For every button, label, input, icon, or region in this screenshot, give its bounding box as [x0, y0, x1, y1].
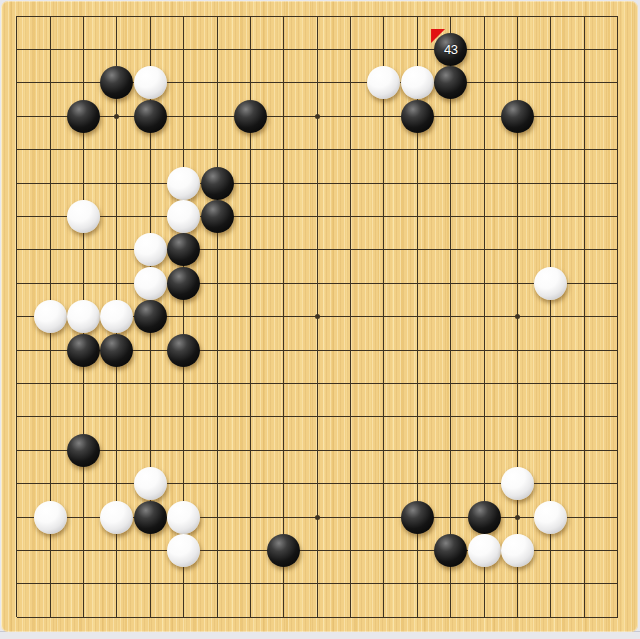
intersection-K17[interactable] — [301, 66, 334, 99]
intersection-B13[interactable] — [33, 200, 66, 233]
intersection-G7[interactable] — [200, 400, 233, 433]
intersection-L13[interactable] — [334, 200, 367, 233]
intersection-F17[interactable] — [167, 66, 200, 99]
intersection-P15[interactable] — [467, 133, 500, 166]
intersection-O17[interactable] — [434, 66, 467, 99]
intersection-F5[interactable] — [167, 467, 200, 500]
intersection-D11[interactable] — [100, 267, 133, 300]
intersection-C13[interactable] — [67, 200, 100, 233]
intersection-H10[interactable] — [234, 300, 267, 333]
intersection-G19[interactable] — [200, 1, 233, 33]
intersection-K18[interactable] — [301, 33, 334, 66]
intersection-D4[interactable] — [100, 500, 133, 533]
intersection-A2[interactable] — [1, 567, 33, 600]
intersection-F10[interactable] — [167, 300, 200, 333]
intersection-C7[interactable] — [67, 400, 100, 433]
intersection-C2[interactable] — [67, 567, 100, 600]
intersection-A16[interactable] — [1, 100, 33, 133]
intersection-J14[interactable] — [267, 166, 300, 199]
intersection-G10[interactable] — [200, 300, 233, 333]
intersection-L1[interactable] — [334, 601, 367, 632]
intersection-A12[interactable] — [1, 233, 33, 266]
intersection-C16[interactable] — [67, 100, 100, 133]
intersection-O6[interactable] — [434, 434, 467, 467]
intersection-Q8[interactable] — [501, 367, 534, 400]
intersection-R11[interactable] — [534, 267, 567, 300]
intersection-Q11[interactable] — [501, 267, 534, 300]
intersection-B8[interactable] — [33, 367, 66, 400]
intersection-M19[interactable] — [367, 1, 400, 33]
intersection-J18[interactable] — [267, 33, 300, 66]
intersection-T9[interactable] — [601, 333, 634, 366]
intersection-F8[interactable] — [167, 367, 200, 400]
intersection-N5[interactable] — [401, 467, 434, 500]
intersection-N15[interactable] — [401, 133, 434, 166]
intersection-P1[interactable] — [467, 601, 500, 632]
intersection-C8[interactable] — [67, 367, 100, 400]
intersection-R15[interactable] — [534, 133, 567, 166]
intersection-R1[interactable] — [534, 601, 567, 632]
intersection-K15[interactable] — [301, 133, 334, 166]
intersection-P7[interactable] — [467, 400, 500, 433]
intersection-S1[interactable] — [568, 601, 601, 632]
intersection-H18[interactable] — [234, 33, 267, 66]
intersection-F16[interactable] — [167, 100, 200, 133]
intersection-C17[interactable] — [67, 66, 100, 99]
intersection-T5[interactable] — [601, 467, 634, 500]
intersection-M11[interactable] — [367, 267, 400, 300]
intersection-M2[interactable] — [367, 567, 400, 600]
intersection-L14[interactable] — [334, 166, 367, 199]
intersection-H12[interactable] — [234, 233, 267, 266]
intersection-G18[interactable] — [200, 33, 233, 66]
intersection-K6[interactable] — [301, 434, 334, 467]
intersection-T14[interactable] — [601, 166, 634, 199]
intersection-J9[interactable] — [267, 333, 300, 366]
intersection-L9[interactable] — [334, 333, 367, 366]
intersection-F11[interactable] — [167, 267, 200, 300]
intersection-M15[interactable] — [367, 133, 400, 166]
intersection-S16[interactable] — [568, 100, 601, 133]
intersection-B4[interactable] — [33, 500, 66, 533]
intersection-A17[interactable] — [1, 66, 33, 99]
intersection-G9[interactable] — [200, 333, 233, 366]
intersection-C14[interactable] — [67, 166, 100, 199]
intersection-S17[interactable] — [568, 66, 601, 99]
intersection-D9[interactable] — [100, 333, 133, 366]
intersection-F15[interactable] — [167, 133, 200, 166]
intersection-E7[interactable] — [134, 400, 167, 433]
intersection-O8[interactable] — [434, 367, 467, 400]
intersection-B5[interactable] — [33, 467, 66, 500]
intersection-Q15[interactable] — [501, 133, 534, 166]
intersection-A14[interactable] — [1, 166, 33, 199]
intersection-E10[interactable] — [134, 300, 167, 333]
intersection-M3[interactable] — [367, 534, 400, 567]
intersection-F2[interactable] — [167, 567, 200, 600]
intersection-T15[interactable] — [601, 133, 634, 166]
intersection-F1[interactable] — [167, 601, 200, 632]
intersection-K9[interactable] — [301, 333, 334, 366]
intersection-J12[interactable] — [267, 233, 300, 266]
intersection-P16[interactable] — [467, 100, 500, 133]
intersection-R5[interactable] — [534, 467, 567, 500]
intersection-L15[interactable] — [334, 133, 367, 166]
intersection-L4[interactable] — [334, 500, 367, 533]
intersection-K13[interactable] — [301, 200, 334, 233]
intersection-H3[interactable] — [234, 534, 267, 567]
intersection-N3[interactable] — [401, 534, 434, 567]
intersection-D10[interactable] — [100, 300, 133, 333]
intersection-E6[interactable] — [134, 434, 167, 467]
intersection-A18[interactable] — [1, 33, 33, 66]
intersection-C9[interactable] — [67, 333, 100, 366]
intersection-R13[interactable] — [534, 200, 567, 233]
intersection-L12[interactable] — [334, 233, 367, 266]
intersection-Q4[interactable] — [501, 500, 534, 533]
intersection-G2[interactable] — [200, 567, 233, 600]
intersection-N9[interactable] — [401, 333, 434, 366]
intersection-K7[interactable] — [301, 400, 334, 433]
intersection-B1[interactable] — [33, 601, 66, 632]
intersection-E19[interactable] — [134, 1, 167, 33]
intersection-N16[interactable] — [401, 100, 434, 133]
intersection-G12[interactable] — [200, 233, 233, 266]
intersection-E14[interactable] — [134, 166, 167, 199]
intersection-B19[interactable] — [33, 1, 66, 33]
intersection-A13[interactable] — [1, 200, 33, 233]
intersection-H9[interactable] — [234, 333, 267, 366]
intersection-S14[interactable] — [568, 166, 601, 199]
intersection-S18[interactable] — [568, 33, 601, 66]
intersection-A11[interactable] — [1, 267, 33, 300]
intersection-E13[interactable] — [134, 200, 167, 233]
intersection-O2[interactable] — [434, 567, 467, 600]
intersection-C15[interactable] — [67, 133, 100, 166]
intersection-P18[interactable] — [467, 33, 500, 66]
intersection-C19[interactable] — [67, 1, 100, 33]
intersection-B10[interactable] — [33, 300, 66, 333]
intersection-K1[interactable] — [301, 601, 334, 632]
intersection-R7[interactable] — [534, 400, 567, 433]
intersection-S8[interactable] — [568, 367, 601, 400]
intersection-G15[interactable] — [200, 133, 233, 166]
intersection-O3[interactable] — [434, 534, 467, 567]
intersection-K16[interactable] — [301, 100, 334, 133]
intersection-P10[interactable] — [467, 300, 500, 333]
intersection-M18[interactable] — [367, 33, 400, 66]
intersection-T18[interactable] — [601, 33, 634, 66]
intersection-P6[interactable] — [467, 434, 500, 467]
intersection-B9[interactable] — [33, 333, 66, 366]
intersection-R17[interactable] — [534, 66, 567, 99]
intersection-E12[interactable] — [134, 233, 167, 266]
intersection-C6[interactable] — [67, 434, 100, 467]
intersection-J19[interactable] — [267, 1, 300, 33]
intersection-J2[interactable] — [267, 567, 300, 600]
intersection-A1[interactable] — [1, 601, 33, 632]
intersection-M12[interactable] — [367, 233, 400, 266]
intersection-E9[interactable] — [134, 333, 167, 366]
intersection-H6[interactable] — [234, 434, 267, 467]
intersection-O16[interactable] — [434, 100, 467, 133]
intersection-C12[interactable] — [67, 233, 100, 266]
intersection-E16[interactable] — [134, 100, 167, 133]
intersection-B15[interactable] — [33, 133, 66, 166]
intersection-S7[interactable] — [568, 400, 601, 433]
intersection-P17[interactable] — [467, 66, 500, 99]
intersection-J10[interactable] — [267, 300, 300, 333]
intersection-S5[interactable] — [568, 467, 601, 500]
intersection-F7[interactable] — [167, 400, 200, 433]
intersection-R8[interactable] — [534, 367, 567, 400]
intersection-D15[interactable] — [100, 133, 133, 166]
intersection-S13[interactable] — [568, 200, 601, 233]
intersection-T16[interactable] — [601, 100, 634, 133]
intersection-S4[interactable] — [568, 500, 601, 533]
intersection-R4[interactable] — [534, 500, 567, 533]
intersection-N10[interactable] — [401, 300, 434, 333]
intersection-A9[interactable] — [1, 333, 33, 366]
intersection-F3[interactable] — [167, 534, 200, 567]
intersection-T19[interactable] — [601, 1, 634, 33]
intersection-T12[interactable] — [601, 233, 634, 266]
intersection-K14[interactable] — [301, 166, 334, 199]
intersection-K5[interactable] — [301, 467, 334, 500]
intersection-Q3[interactable] — [501, 534, 534, 567]
intersection-B11[interactable] — [33, 267, 66, 300]
intersection-K4[interactable] — [301, 500, 334, 533]
intersection-O13[interactable] — [434, 200, 467, 233]
intersection-E4[interactable] — [134, 500, 167, 533]
intersection-P12[interactable] — [467, 233, 500, 266]
intersection-R18[interactable] — [534, 33, 567, 66]
intersection-K12[interactable] — [301, 233, 334, 266]
intersection-Q13[interactable] — [501, 200, 534, 233]
intersection-H17[interactable] — [234, 66, 267, 99]
intersection-P13[interactable] — [467, 200, 500, 233]
intersection-E11[interactable] — [134, 267, 167, 300]
intersection-N2[interactable] — [401, 567, 434, 600]
intersection-S3[interactable] — [568, 534, 601, 567]
intersection-B2[interactable] — [33, 567, 66, 600]
intersection-J8[interactable] — [267, 367, 300, 400]
intersection-H15[interactable] — [234, 133, 267, 166]
intersection-O9[interactable] — [434, 333, 467, 366]
intersection-G11[interactable] — [200, 267, 233, 300]
intersection-N1[interactable] — [401, 601, 434, 632]
intersection-N19[interactable] — [401, 1, 434, 33]
intersection-T2[interactable] — [601, 567, 634, 600]
intersection-J13[interactable] — [267, 200, 300, 233]
intersection-A8[interactable] — [1, 367, 33, 400]
intersection-H8[interactable] — [234, 367, 267, 400]
intersection-D12[interactable] — [100, 233, 133, 266]
intersection-Q10[interactable] — [501, 300, 534, 333]
intersection-H1[interactable] — [234, 601, 267, 632]
intersection-D5[interactable] — [100, 467, 133, 500]
intersection-N4[interactable] — [401, 500, 434, 533]
intersection-L18[interactable] — [334, 33, 367, 66]
intersection-L11[interactable] — [334, 267, 367, 300]
intersection-Q16[interactable] — [501, 100, 534, 133]
intersection-P11[interactable] — [467, 267, 500, 300]
intersection-E1[interactable] — [134, 601, 167, 632]
intersection-R16[interactable] — [534, 100, 567, 133]
intersection-O18[interactable]: 43 — [434, 33, 467, 66]
intersection-R19[interactable] — [534, 1, 567, 33]
intersection-Q2[interactable] — [501, 567, 534, 600]
intersection-A6[interactable] — [1, 434, 33, 467]
intersection-S12[interactable] — [568, 233, 601, 266]
intersection-K19[interactable] — [301, 1, 334, 33]
intersection-P5[interactable] — [467, 467, 500, 500]
intersection-H13[interactable] — [234, 200, 267, 233]
intersection-A7[interactable] — [1, 400, 33, 433]
intersection-T17[interactable] — [601, 66, 634, 99]
intersection-J3[interactable] — [267, 534, 300, 567]
intersection-D3[interactable] — [100, 534, 133, 567]
intersection-K3[interactable] — [301, 534, 334, 567]
intersection-Q7[interactable] — [501, 400, 534, 433]
intersection-C11[interactable] — [67, 267, 100, 300]
intersection-H16[interactable] — [234, 100, 267, 133]
intersection-A15[interactable] — [1, 133, 33, 166]
intersection-S11[interactable] — [568, 267, 601, 300]
intersection-C3[interactable] — [67, 534, 100, 567]
intersection-M10[interactable] — [367, 300, 400, 333]
intersection-T11[interactable] — [601, 267, 634, 300]
intersection-J5[interactable] — [267, 467, 300, 500]
intersection-D16[interactable] — [100, 100, 133, 133]
intersection-E5[interactable] — [134, 467, 167, 500]
intersection-B12[interactable] — [33, 233, 66, 266]
intersection-F19[interactable] — [167, 1, 200, 33]
intersection-A4[interactable] — [1, 500, 33, 533]
intersection-G16[interactable] — [200, 100, 233, 133]
intersection-L8[interactable] — [334, 367, 367, 400]
intersection-M17[interactable] — [367, 66, 400, 99]
intersection-M14[interactable] — [367, 166, 400, 199]
intersection-R6[interactable] — [534, 434, 567, 467]
intersection-O7[interactable] — [434, 400, 467, 433]
intersection-K11[interactable] — [301, 267, 334, 300]
intersection-H2[interactable] — [234, 567, 267, 600]
intersection-E18[interactable] — [134, 33, 167, 66]
intersection-D18[interactable] — [100, 33, 133, 66]
intersection-T8[interactable] — [601, 367, 634, 400]
intersection-P3[interactable] — [467, 534, 500, 567]
intersection-O12[interactable] — [434, 233, 467, 266]
intersection-T6[interactable] — [601, 434, 634, 467]
intersection-G5[interactable] — [200, 467, 233, 500]
intersection-G13[interactable] — [200, 200, 233, 233]
intersection-F14[interactable] — [167, 166, 200, 199]
intersection-B16[interactable] — [33, 100, 66, 133]
intersection-T1[interactable] — [601, 601, 634, 632]
intersection-T4[interactable] — [601, 500, 634, 533]
intersection-G14[interactable] — [200, 166, 233, 199]
intersection-L19[interactable] — [334, 1, 367, 33]
intersection-C10[interactable] — [67, 300, 100, 333]
intersection-L16[interactable] — [334, 100, 367, 133]
intersection-S6[interactable] — [568, 434, 601, 467]
intersection-T10[interactable] — [601, 300, 634, 333]
intersection-G1[interactable] — [200, 601, 233, 632]
intersection-R12[interactable] — [534, 233, 567, 266]
intersection-J1[interactable] — [267, 601, 300, 632]
intersection-G8[interactable] — [200, 367, 233, 400]
intersection-F13[interactable] — [167, 200, 200, 233]
intersection-O14[interactable] — [434, 166, 467, 199]
intersection-L6[interactable] — [334, 434, 367, 467]
intersection-O11[interactable] — [434, 267, 467, 300]
intersection-B18[interactable] — [33, 33, 66, 66]
intersection-S9[interactable] — [568, 333, 601, 366]
intersection-R2[interactable] — [534, 567, 567, 600]
intersection-M5[interactable] — [367, 467, 400, 500]
intersection-E8[interactable] — [134, 367, 167, 400]
intersection-D17[interactable] — [100, 66, 133, 99]
intersection-S19[interactable] — [568, 1, 601, 33]
intersection-J15[interactable] — [267, 133, 300, 166]
intersection-E17[interactable] — [134, 66, 167, 99]
intersection-F9[interactable] — [167, 333, 200, 366]
intersection-A5[interactable] — [1, 467, 33, 500]
intersection-M6[interactable] — [367, 434, 400, 467]
intersection-O19[interactable] — [434, 1, 467, 33]
intersection-G3[interactable] — [200, 534, 233, 567]
intersection-N8[interactable] — [401, 367, 434, 400]
intersection-C18[interactable] — [67, 33, 100, 66]
intersection-P2[interactable] — [467, 567, 500, 600]
intersection-S2[interactable] — [568, 567, 601, 600]
intersection-F6[interactable] — [167, 434, 200, 467]
intersection-R9[interactable] — [534, 333, 567, 366]
intersection-C4[interactable] — [67, 500, 100, 533]
intersection-Q5[interactable] — [501, 467, 534, 500]
intersection-G4[interactable] — [200, 500, 233, 533]
intersection-H14[interactable] — [234, 166, 267, 199]
intersection-O5[interactable] — [434, 467, 467, 500]
intersection-N11[interactable] — [401, 267, 434, 300]
intersection-Q9[interactable] — [501, 333, 534, 366]
intersection-L2[interactable] — [334, 567, 367, 600]
intersection-D8[interactable] — [100, 367, 133, 400]
intersection-Q17[interactable] — [501, 66, 534, 99]
intersection-J4[interactable] — [267, 500, 300, 533]
intersection-J7[interactable] — [267, 400, 300, 433]
intersection-N18[interactable] — [401, 33, 434, 66]
intersection-G6[interactable] — [200, 434, 233, 467]
intersection-Q1[interactable] — [501, 601, 534, 632]
intersection-D6[interactable] — [100, 434, 133, 467]
intersection-D1[interactable] — [100, 601, 133, 632]
intersection-H19[interactable] — [234, 1, 267, 33]
intersection-K8[interactable] — [301, 367, 334, 400]
intersection-O10[interactable] — [434, 300, 467, 333]
intersection-Q6[interactable] — [501, 434, 534, 467]
intersection-E3[interactable] — [134, 534, 167, 567]
intersection-L5[interactable] — [334, 467, 367, 500]
intersection-M7[interactable] — [367, 400, 400, 433]
intersection-Q14[interactable] — [501, 166, 534, 199]
intersection-N13[interactable] — [401, 200, 434, 233]
intersection-S15[interactable] — [568, 133, 601, 166]
intersection-M9[interactable] — [367, 333, 400, 366]
intersection-D14[interactable] — [100, 166, 133, 199]
intersection-J11[interactable] — [267, 267, 300, 300]
